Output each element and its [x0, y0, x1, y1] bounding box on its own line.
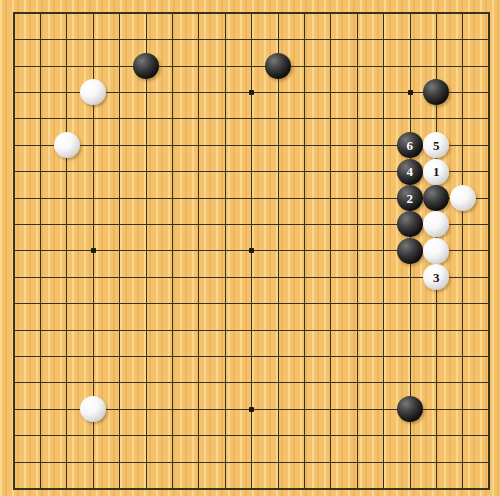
- stone-white-move-1[interactable]: 1: [423, 159, 449, 185]
- move-number: 5: [433, 139, 440, 152]
- stone-black[interactable]: [423, 79, 449, 105]
- stones-layer: 654123: [1, 0, 500, 496]
- move-number: 2: [407, 192, 414, 205]
- stone-black-move-4[interactable]: 4: [397, 159, 423, 185]
- stone-black[interactable]: [397, 211, 423, 237]
- stone-white[interactable]: [423, 211, 449, 237]
- stone-black[interactable]: [397, 396, 423, 422]
- stone-white-move-3[interactable]: 3: [423, 264, 449, 290]
- stone-black-move-2[interactable]: 2: [397, 185, 423, 211]
- stone-white[interactable]: [54, 132, 80, 158]
- stone-white[interactable]: [80, 79, 106, 105]
- move-number: 1: [433, 165, 440, 178]
- stone-black[interactable]: [265, 53, 291, 79]
- stone-black[interactable]: [133, 53, 159, 79]
- go-board[interactable]: 654123: [0, 0, 500, 496]
- stone-white[interactable]: [450, 185, 476, 211]
- stone-black-move-6[interactable]: 6: [397, 132, 423, 158]
- move-number: 4: [407, 165, 414, 178]
- stone-black[interactable]: [423, 185, 449, 211]
- move-number: 3: [433, 271, 440, 284]
- stone-white-move-5[interactable]: 5: [423, 132, 449, 158]
- stone-white[interactable]: [80, 396, 106, 422]
- stone-black[interactable]: [397, 238, 423, 264]
- move-number: 6: [407, 139, 414, 152]
- stone-white[interactable]: [423, 238, 449, 264]
